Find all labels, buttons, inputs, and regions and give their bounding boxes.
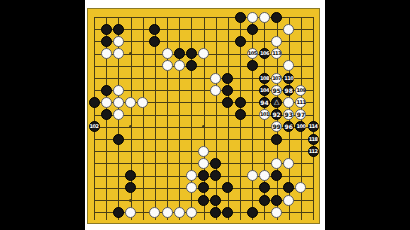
black-stone [247, 24, 258, 35]
black-stone [222, 97, 233, 108]
black-stone [101, 109, 112, 120]
black-stone [198, 182, 209, 193]
go-board[interactable]: 105106113108107110104959810994△111101929… [87, 8, 320, 224]
white-stone [186, 170, 197, 181]
black-stone [198, 170, 209, 181]
numbered-stone-101: 101 [259, 109, 270, 120]
white-stone [162, 48, 173, 59]
star-point [202, 125, 205, 128]
numbered-stone-105: 105 [247, 48, 258, 59]
black-stone [259, 182, 270, 193]
numbered-stone-104: 104 [259, 85, 270, 96]
numbered-stone-92: 92 [271, 109, 282, 120]
screenshot-stage: 105106113108107110104959810994△111101929… [0, 0, 410, 230]
numbered-stone-100: 100 [295, 121, 306, 132]
numbered-stone-112: 112 [308, 146, 319, 157]
black-stone [235, 12, 246, 23]
black-stone [222, 73, 233, 84]
black-stone [235, 97, 246, 108]
white-stone [283, 97, 294, 108]
board-vline [313, 17, 314, 220]
white-stone [283, 158, 294, 169]
white-stone [113, 48, 124, 59]
white-stone [271, 36, 282, 47]
white-stone [125, 207, 136, 218]
board-hline [94, 29, 313, 30]
black-stone [247, 207, 258, 218]
numbered-stone-108: 108 [259, 73, 270, 84]
numbered-stone-106: 106 [259, 48, 270, 59]
black-stone [186, 60, 197, 71]
white-stone [186, 207, 197, 218]
numbered-stone-109: 109 [295, 85, 306, 96]
numbered-stone-97: 97 [295, 109, 306, 120]
white-stone [283, 24, 294, 35]
black-stone [101, 85, 112, 96]
white-stone [247, 170, 258, 181]
white-stone [198, 146, 209, 157]
numbered-stone-107: 107 [271, 73, 282, 84]
numbered-stone-93: 93 [283, 109, 294, 120]
black-stone [235, 109, 246, 120]
white-stone [271, 207, 282, 218]
white-stone [198, 48, 209, 59]
black-stone [113, 207, 124, 218]
numbered-stone-98: 98 [283, 85, 294, 96]
white-stone [295, 182, 306, 193]
white-stone [162, 207, 173, 218]
star-point [129, 125, 132, 128]
white-stone [113, 85, 124, 96]
numbered-stone-113: 113 [271, 48, 282, 59]
black-stone [222, 85, 233, 96]
white-stone [113, 109, 124, 120]
board-vline [143, 17, 144, 220]
white-stone [210, 85, 221, 96]
numbered-stone-114: 114 [308, 121, 319, 132]
black-stone [101, 24, 112, 35]
white-stone [198, 158, 209, 169]
white-stone [174, 60, 185, 71]
letterbox-left [0, 0, 85, 230]
star-point [129, 52, 132, 55]
white-stone [113, 36, 124, 47]
star-point [129, 199, 132, 202]
black-stone [125, 170, 136, 181]
black-stone [271, 134, 282, 145]
black-stone [186, 48, 197, 59]
black-stone [101, 36, 112, 47]
triangle-marked-stone: △ [271, 97, 282, 108]
white-stone [162, 60, 173, 71]
white-stone [174, 207, 185, 218]
numbered-stone-96: 96 [283, 121, 294, 132]
black-stone [210, 207, 221, 218]
numbered-stone-99: 99 [271, 121, 282, 132]
black-stone [89, 97, 100, 108]
black-stone [259, 195, 270, 206]
black-stone [210, 195, 221, 206]
white-stone [125, 97, 136, 108]
black-stone [271, 12, 282, 23]
numbered-stone-102: 102 [89, 121, 100, 132]
black-stone [210, 158, 221, 169]
board-vline [94, 17, 95, 220]
black-stone [271, 195, 282, 206]
white-stone [283, 60, 294, 71]
black-stone [149, 24, 160, 35]
white-stone [149, 207, 160, 218]
white-stone [210, 73, 221, 84]
white-stone [259, 12, 270, 23]
black-stone [149, 36, 160, 47]
white-stone [137, 97, 148, 108]
black-stone [198, 195, 209, 206]
white-stone [283, 195, 294, 206]
white-stone [271, 158, 282, 169]
black-stone [222, 207, 233, 218]
numbered-stone-111: 111 [295, 97, 306, 108]
white-stone [101, 48, 112, 59]
black-stone [113, 134, 124, 145]
white-stone [101, 97, 112, 108]
black-stone [222, 182, 233, 193]
black-stone [235, 36, 246, 47]
black-stone [113, 24, 124, 35]
black-stone [174, 48, 185, 59]
black-stone [283, 182, 294, 193]
black-stone [125, 182, 136, 193]
numbered-stone-94: 94 [259, 97, 270, 108]
numbered-stone-95: 95 [271, 85, 282, 96]
black-stone [271, 170, 282, 181]
board-page: 105106113108107110104959810994△111101929… [85, 0, 325, 230]
letterbox-right [325, 0, 410, 230]
white-stone [259, 170, 270, 181]
black-stone [247, 60, 258, 71]
numbered-stone-118: 118 [308, 134, 319, 145]
board-hline [94, 66, 313, 67]
white-stone [113, 97, 124, 108]
board-vline [216, 17, 217, 220]
black-stone [210, 170, 221, 181]
white-stone [247, 12, 258, 23]
board-vline [155, 17, 156, 220]
white-stone [186, 182, 197, 193]
numbered-stone-110: 110 [283, 73, 294, 84]
